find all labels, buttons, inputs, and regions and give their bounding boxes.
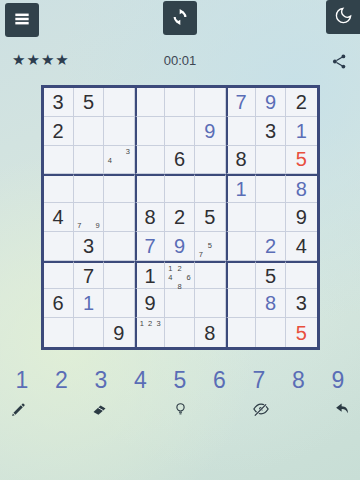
cell-r3c5[interactable]: 6 [165, 146, 195, 175]
cell-r4c5[interactable] [165, 174, 195, 203]
cell-r5c5[interactable]: 2 [165, 203, 195, 232]
cell-r8c6[interactable] [195, 289, 225, 318]
cell-r4c8[interactable] [256, 174, 286, 203]
cell-r9c6[interactable]: 8 [195, 318, 225, 347]
cell-r8c1[interactable]: 6 [44, 289, 74, 318]
cell-r2c5[interactable] [165, 117, 195, 146]
cell-r5c6[interactable]: 5 [195, 203, 225, 232]
cell-r1c4[interactable] [135, 88, 165, 117]
cell-r9c1[interactable] [44, 318, 74, 347]
hamburger-icon [12, 9, 32, 32]
share-icon [331, 53, 348, 70]
cell-value: 5 [83, 92, 94, 112]
number-button-6[interactable]: 6 [208, 367, 232, 394]
cell-value: 6 [174, 149, 185, 169]
cell-r7c2[interactable]: 7 [74, 261, 104, 290]
cell-value: 2 [174, 207, 185, 227]
cell-value: 3 [83, 236, 94, 256]
cell-value: 9 [145, 293, 156, 313]
cell-value: 9 [204, 121, 215, 141]
cell-r8c5[interactable] [165, 289, 195, 318]
status-row: ★★★★ 00:01 [0, 50, 360, 72]
cell-r1c1[interactable]: 3 [44, 88, 74, 117]
cell-r4c2[interactable] [74, 174, 104, 203]
cell-r5c1[interactable]: 4 [44, 203, 74, 232]
number-button-5[interactable]: 5 [168, 367, 192, 394]
cell-value: 7 [83, 266, 94, 286]
number-button-3[interactable]: 3 [89, 367, 113, 394]
cell-r8c8[interactable]: 8 [256, 289, 286, 318]
eraser-icon [91, 401, 108, 418]
tools-row [0, 399, 360, 419]
pencil-marks: 12468 [166, 264, 193, 288]
cell-r2c3[interactable] [104, 117, 134, 146]
cell-r4c4[interactable] [135, 174, 165, 203]
cell-r5c2[interactable]: 79 [74, 203, 104, 232]
cell-value: 3 [296, 293, 307, 313]
cell-r3c8[interactable] [256, 146, 286, 175]
cell-r9c5[interactable] [165, 318, 195, 347]
cell-value: 8 [204, 323, 215, 343]
pencil-marks: 79 [75, 204, 102, 230]
cell-r6c9[interactable]: 4 [286, 232, 316, 261]
number-button-7[interactable]: 7 [247, 367, 271, 394]
cell-value: 4 [296, 236, 307, 256]
cell-r3c9[interactable]: 5 [286, 146, 316, 175]
cell-r1c3[interactable] [104, 88, 134, 117]
cell-value: 1 [296, 121, 307, 141]
cell-r2c6[interactable]: 9 [195, 117, 225, 146]
cell-r6c4[interactable]: 7 [135, 232, 165, 261]
cell-r7c8[interactable]: 5 [256, 261, 286, 290]
undo-icon [333, 400, 351, 418]
cell-value: 8 [236, 149, 247, 169]
cell-value: 5 [296, 149, 307, 169]
cell-r9c4[interactable]: 123 [135, 318, 165, 347]
cell-r7c6[interactable] [195, 261, 225, 290]
cell-r2c9[interactable]: 1 [286, 117, 316, 146]
share-button[interactable] [329, 51, 349, 71]
cell-r7c1[interactable] [44, 261, 74, 290]
cell-r8c3[interactable] [104, 289, 134, 318]
cell-r6c5[interactable]: 9 [165, 232, 195, 261]
cell-r4c7[interactable]: 1 [226, 174, 256, 203]
number-button-2[interactable]: 2 [50, 367, 74, 394]
cell-r8c9[interactable]: 3 [286, 289, 316, 318]
moon-icon [334, 6, 353, 28]
hide-errors-button[interactable] [251, 399, 271, 419]
cell-r2c4[interactable] [135, 117, 165, 146]
cell-r1c5[interactable] [165, 88, 195, 117]
cell-r3c3[interactable]: 34 [104, 146, 134, 175]
cell-r4c1[interactable] [44, 174, 74, 203]
cell-value: 2 [265, 236, 276, 256]
cell-value: 9 [296, 207, 307, 227]
cell-r2c8[interactable]: 3 [256, 117, 286, 146]
cell-r8c2[interactable]: 1 [74, 289, 104, 318]
cell-r3c7[interactable]: 8 [226, 146, 256, 175]
cell-value: 7 [145, 236, 156, 256]
cell-r8c7[interactable] [226, 289, 256, 318]
lightbulb-icon [173, 402, 188, 417]
cell-r4c3[interactable] [104, 174, 134, 203]
cell-value: 1 [145, 266, 156, 286]
cell-value: 5 [296, 323, 307, 343]
cell-value: 5 [265, 266, 276, 286]
cell-r2c7[interactable] [226, 117, 256, 146]
cell-value: 7 [236, 92, 247, 112]
cell-r7c9[interactable] [286, 261, 316, 290]
cell-r1c6[interactable] [195, 88, 225, 117]
cell-r7c3[interactable] [104, 261, 134, 290]
top-toolbar [0, 0, 360, 34]
pencil-button[interactable] [8, 399, 28, 419]
refresh-icon [170, 7, 190, 30]
pencil-icon [10, 401, 27, 418]
pencil-marks: 123 [138, 319, 163, 346]
cell-r9c9[interactable]: 5 [286, 318, 316, 347]
cell-value: 1 [83, 293, 94, 313]
cell-r8c4[interactable]: 9 [135, 289, 165, 318]
cell-r6c1[interactable] [44, 232, 74, 261]
cell-r7c4[interactable]: 1 [135, 261, 165, 290]
cell-r5c3[interactable] [104, 203, 134, 232]
menu-button[interactable] [5, 3, 39, 37]
cell-r5c9[interactable]: 9 [286, 203, 316, 232]
number-input-row: 123456789 [0, 367, 360, 394]
cell-r7c5[interactable]: 12468 [165, 261, 195, 290]
cell-r9c3[interactable]: 9 [104, 318, 134, 347]
cell-r4c9[interactable]: 8 [286, 174, 316, 203]
cell-r3c2[interactable] [74, 146, 104, 175]
cell-r3c1[interactable] [44, 146, 74, 175]
hint-button[interactable] [170, 399, 190, 419]
cell-r9c8[interactable] [256, 318, 286, 347]
cell-r6c8[interactable]: 2 [256, 232, 286, 261]
cell-r9c2[interactable] [74, 318, 104, 347]
cell-value: 1 [236, 179, 247, 199]
night-mode-button[interactable] [326, 0, 360, 34]
cell-r5c7[interactable] [226, 203, 256, 232]
cell-r6c6[interactable]: 57 [195, 232, 225, 261]
cell-r1c8[interactable]: 9 [256, 88, 286, 117]
cell-r6c7[interactable] [226, 232, 256, 261]
cell-value: 9 [174, 236, 185, 256]
pencil-marks: 34 [105, 147, 132, 173]
cell-value: 8 [145, 207, 156, 227]
cell-r7c7[interactable] [226, 261, 256, 290]
cell-r4c6[interactable] [195, 174, 225, 203]
cell-r5c8[interactable] [256, 203, 286, 232]
cell-r2c2[interactable] [74, 117, 104, 146]
timer: 00:01 [0, 53, 360, 68]
sudoku-board: 3579229313468518479825937957247112468561… [41, 85, 320, 350]
undo-button[interactable] [332, 399, 352, 419]
cell-r1c9[interactable]: 2 [286, 88, 316, 117]
eraser-button[interactable] [89, 399, 109, 419]
number-button-9[interactable]: 9 [326, 367, 350, 394]
eye-slash-icon [252, 400, 270, 418]
cell-r6c3[interactable] [104, 232, 134, 261]
cell-r2c1[interactable]: 2 [44, 117, 74, 146]
cell-r5c4[interactable]: 8 [135, 203, 165, 232]
cell-value: 8 [265, 293, 276, 313]
cell-value: 9 [265, 92, 276, 112]
cell-value: 3 [265, 121, 276, 141]
cell-r9c7[interactable] [226, 318, 256, 347]
pencil-marks: 57 [196, 233, 223, 259]
cell-r3c4[interactable] [135, 146, 165, 175]
cell-value: 2 [296, 92, 307, 112]
cell-value: 3 [53, 92, 64, 112]
number-button-8[interactable]: 8 [287, 367, 311, 394]
cell-value: 9 [113, 323, 124, 343]
number-button-4[interactable]: 4 [129, 367, 153, 394]
cell-value: 4 [53, 207, 64, 227]
cell-r1c7[interactable]: 7 [226, 88, 256, 117]
cell-r1c2[interactable]: 5 [74, 88, 104, 117]
cell-value: 5 [204, 207, 215, 227]
cell-value: 6 [53, 293, 64, 313]
number-button-1[interactable]: 1 [10, 367, 34, 394]
new-game-button[interactable] [163, 1, 197, 35]
cell-r3c6[interactable] [195, 146, 225, 175]
cell-value: 2 [53, 121, 64, 141]
cell-value: 8 [296, 179, 307, 199]
cell-r6c2[interactable]: 3 [74, 232, 104, 261]
